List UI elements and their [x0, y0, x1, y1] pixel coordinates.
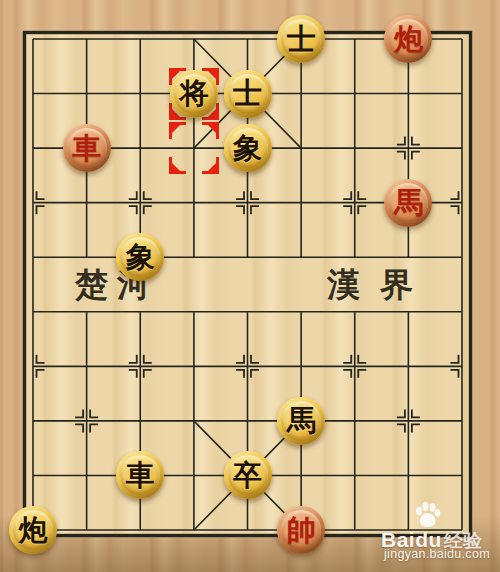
piece-black-cannon[interactable]: 炮 — [9, 506, 57, 554]
xiangqi-game-screen: 楚河 漢界 士炮将士車象馬象馬車卒炮帥 Baidu 经验 jingyan.bai… — [0, 0, 500, 572]
piece-black-horse[interactable]: 馬 — [277, 397, 325, 445]
piece-black-elephant[interactable]: 象 — [116, 233, 164, 281]
piece-black-advisor[interactable]: 士 — [277, 15, 325, 63]
watermark-url: jingyan.baidu.com — [384, 547, 490, 561]
piece-glyph: 象 — [233, 134, 262, 163]
piece-glyph: 士 — [287, 25, 316, 54]
piece-black-chariot[interactable]: 車 — [116, 451, 164, 499]
piece-glyph: 車 — [126, 461, 155, 490]
piece-red-cannon[interactable]: 炮 — [384, 15, 432, 63]
piece-red-general[interactable]: 帥 — [277, 506, 325, 554]
piece-black-general[interactable]: 将 — [170, 70, 218, 118]
piece-glyph: 帥 — [287, 516, 316, 545]
piece-red-horse[interactable]: 馬 — [384, 179, 432, 227]
piece-glyph: 卒 — [233, 461, 262, 490]
piece-glyph: 象 — [126, 243, 155, 272]
piece-glyph: 馬 — [287, 406, 316, 435]
piece-glyph: 車 — [72, 134, 101, 163]
piece-black-advisor[interactable]: 士 — [224, 70, 272, 118]
selection-marker — [169, 122, 219, 174]
piece-glyph: 炮 — [394, 25, 423, 54]
piece-black-soldier[interactable]: 卒 — [224, 451, 272, 499]
piece-red-chariot[interactable]: 車 — [63, 124, 111, 172]
piece-glyph: 馬 — [394, 188, 423, 217]
piece-glyph: 将 — [179, 79, 208, 108]
piece-glyph: 炮 — [19, 516, 48, 545]
river-label-right: 漢界 — [327, 263, 433, 308]
piece-glyph: 士 — [233, 79, 262, 108]
piece-black-elephant[interactable]: 象 — [224, 124, 272, 172]
baidu-paw-icon — [414, 502, 441, 528]
